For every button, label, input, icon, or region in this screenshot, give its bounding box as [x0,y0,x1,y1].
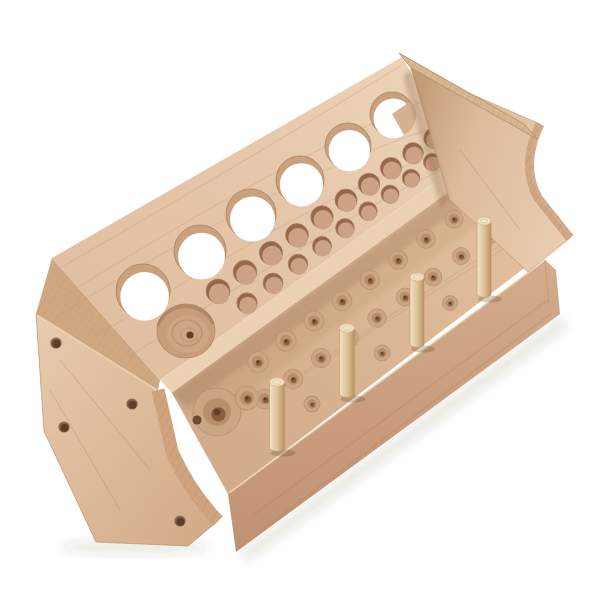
peg-top [477,217,491,225]
tray-socket-hole [432,276,434,278]
tray-socket-hole [245,396,248,399]
tray-socket-hole [425,238,428,241]
tray-socket-hole [453,218,456,221]
tool-hole-opening [280,163,323,206]
tray-socket-hole [214,409,221,416]
tray-socket-hole [381,352,383,354]
peg-top [340,324,355,333]
screw-hole [60,424,68,432]
tool-hole-opening [230,197,275,242]
tool-hole-opening [329,130,370,171]
tray-socket-hole [404,296,407,299]
board-large-recess [157,304,215,358]
tray-socket-hole [292,378,295,381]
recess-center-hole [186,331,193,338]
tool-hole-bottom [338,193,357,212]
tool-hole-bottom [361,205,377,221]
screw-hole [176,518,184,526]
tray-socket-hole [311,403,313,405]
peg-top [270,378,285,387]
peg-body [270,382,285,452]
tool-hole-bottom [291,258,308,275]
tray-socket-hole [376,317,379,320]
tool-hole-bottom [236,265,256,285]
screw-hole [128,401,136,409]
tray-socket-hole [449,302,451,304]
tray-socket-hole [341,300,344,303]
tool-hole-bottom [383,161,401,179]
tool-hole-bottom [405,147,423,165]
tool-hole-bottom [262,246,282,266]
peg-top [410,273,424,281]
tool-hole-bottom [404,173,419,188]
tool-hole-opening [178,233,225,280]
tool-hole-bottom [288,228,308,248]
tray-socket-hole [313,320,316,323]
tray-socket-hole [257,361,260,364]
tray-socket-hole [460,255,462,257]
tool-hole-bottom [383,188,398,203]
tray-small-hole [193,416,202,425]
tray-socket-hole [264,398,267,401]
tray-socket-hole [369,279,372,282]
screw-hole [52,340,60,348]
tray-socket-hole [285,340,288,343]
peg-body [340,328,355,398]
wooden-tool-rack-illustration [0,0,600,600]
tool-hole-bottom [361,177,380,196]
tool-hole-bottom [338,222,354,238]
tool-hole-bottom [265,277,282,294]
tool-hole-bottom [313,210,332,229]
tool-hole-bottom [209,284,230,305]
peg-body [477,221,491,298]
tray-socket-hole [397,259,400,262]
tool-hole-opening [120,272,169,321]
tray-socket-hole [320,357,323,360]
peg-body [410,277,424,348]
tool-hole-bottom [239,297,257,315]
tool-hole-bottom [315,240,332,257]
product-photo-stage [0,0,600,600]
